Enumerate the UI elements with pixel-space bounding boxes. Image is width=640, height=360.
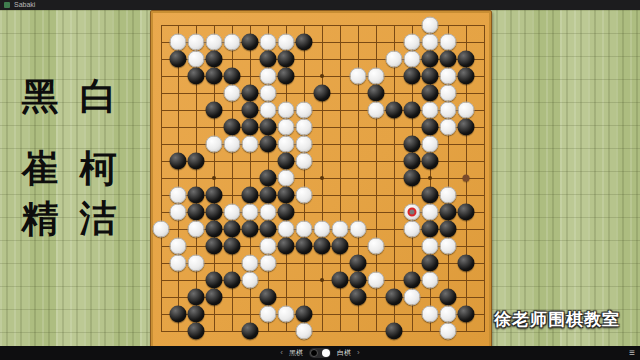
black-stone: [457, 118, 474, 135]
white-stone: [421, 16, 438, 33]
black-stone: [260, 186, 277, 203]
white-stone: [260, 305, 277, 322]
black-stone: [403, 152, 420, 169]
white-stone: [421, 135, 438, 152]
white-stone: [260, 101, 277, 118]
white-stone: [457, 101, 474, 118]
black-stone: [206, 101, 223, 118]
black-stone: [224, 220, 241, 237]
black-stone: [242, 33, 259, 50]
white-stone: [439, 186, 456, 203]
black-stone: [260, 135, 277, 152]
hoshi-point: [320, 278, 324, 282]
white-stone: [367, 237, 384, 254]
white-stone: [439, 84, 456, 101]
black-stone: [296, 305, 313, 322]
player-toggle[interactable]: [309, 348, 331, 358]
black-stone: [188, 288, 205, 305]
window-title: Sabaki: [14, 0, 35, 10]
black-stone: [385, 288, 402, 305]
black-stone: [421, 152, 438, 169]
white-stone: [349, 67, 366, 84]
black-color-label: 黑: [18, 78, 62, 115]
black-stone: [278, 50, 295, 67]
white-stone: [242, 271, 259, 288]
white-stone: [385, 50, 402, 67]
black-stone: [224, 237, 241, 254]
black-stone: [403, 101, 420, 118]
black-stone: [457, 203, 474, 220]
white-stone: [296, 118, 313, 135]
grid-line: [484, 25, 485, 332]
black-stone: [278, 152, 295, 169]
black-stone: [332, 237, 349, 254]
black-stone: [170, 50, 187, 67]
white-stone: [403, 220, 420, 237]
black-stone: [188, 186, 205, 203]
white-stone: [439, 322, 456, 339]
black-stone: [206, 203, 223, 220]
black-stone: [439, 203, 456, 220]
black-stone: [278, 186, 295, 203]
black-stone: [206, 67, 223, 84]
white-stone: [421, 271, 438, 288]
white-stone: [332, 220, 349, 237]
black-stone: [439, 220, 456, 237]
white-stone: [296, 322, 313, 339]
black-stone: [349, 271, 366, 288]
white-player-bar-label: 白棋: [337, 348, 351, 358]
next-move-button[interactable]: ›: [357, 346, 360, 360]
white-stone: [439, 237, 456, 254]
white-stone: [403, 50, 420, 67]
last-move-marker: [407, 207, 416, 216]
black-stone: [260, 50, 277, 67]
black-stone: [439, 288, 456, 305]
white-stone: [170, 203, 187, 220]
white-stone: [242, 254, 259, 271]
hoshi-point: [320, 74, 324, 78]
black-stone: [206, 288, 223, 305]
white-stone: [278, 135, 295, 152]
black-stone: [260, 288, 277, 305]
black-stone: [188, 322, 205, 339]
black-stone-icon: [310, 349, 318, 357]
white-stone: [224, 135, 241, 152]
black-stone: [421, 67, 438, 84]
white-stone: [224, 33, 241, 50]
black-stone: [242, 101, 259, 118]
app-window: Sabaki 黑 白 崔 柯 精 洁 徐老师围棋教室 ‹ 黑棋 白棋 › ≡: [0, 0, 640, 360]
black-player-bar-label: 黑棋: [289, 348, 303, 358]
white-stone: [170, 186, 187, 203]
black-stone: [421, 84, 438, 101]
black-stone: [403, 271, 420, 288]
black-stone: [206, 271, 223, 288]
white-stone: [349, 220, 366, 237]
black-stone: [367, 84, 384, 101]
black-stone: [296, 237, 313, 254]
white-stone: [296, 186, 313, 203]
black-stone: [224, 118, 241, 135]
white-stone: [242, 203, 259, 220]
black-stone: [278, 237, 295, 254]
white-stone: [170, 33, 187, 50]
black-stone: [206, 237, 223, 254]
white-stone: [296, 152, 313, 169]
white-stone: [314, 220, 331, 237]
white-stone: [439, 101, 456, 118]
white-stone: [421, 33, 438, 50]
watermark-text: 徐老师围棋教室: [494, 308, 640, 331]
black-stone: [349, 288, 366, 305]
white-stone: [403, 288, 420, 305]
black-player-char-2: 精: [18, 200, 62, 237]
black-stone: [457, 50, 474, 67]
white-stone: [439, 118, 456, 135]
white-stone: [278, 118, 295, 135]
white-stone: [296, 220, 313, 237]
black-stone: [457, 67, 474, 84]
black-stone: [260, 220, 277, 237]
black-stone: [206, 50, 223, 67]
app-icon: [4, 2, 10, 8]
white-stone: [439, 33, 456, 50]
white-stone: [188, 33, 205, 50]
white-stone: [206, 33, 223, 50]
white-stone: [260, 67, 277, 84]
white-stone: [403, 33, 420, 50]
white-stone: [278, 101, 295, 118]
white-stone: [260, 203, 277, 220]
black-stone: [314, 84, 331, 101]
black-stone: [349, 254, 366, 271]
black-stone: [421, 50, 438, 67]
black-stone: [188, 305, 205, 322]
white-stone: [242, 135, 259, 152]
black-stone: [242, 220, 259, 237]
annotation-dot: [462, 174, 469, 181]
black-stone: [457, 305, 474, 322]
black-stone: [403, 135, 420, 152]
black-stone: [170, 305, 187, 322]
black-stone: [242, 186, 259, 203]
white-stone: [260, 237, 277, 254]
black-stone: [260, 118, 277, 135]
black-stone: [188, 67, 205, 84]
grid-line: [161, 331, 485, 332]
black-stone: [278, 203, 295, 220]
black-stone: [421, 186, 438, 203]
hoshi-point: [428, 176, 432, 180]
black-stone: [385, 322, 402, 339]
hoshi-point: [320, 176, 324, 180]
menu-icon[interactable]: ≡: [629, 347, 635, 359]
white-stone: [260, 84, 277, 101]
black-stone: [421, 118, 438, 135]
white-stone: [170, 237, 187, 254]
black-stone: [439, 50, 456, 67]
white-stone: [439, 67, 456, 84]
black-stone: [224, 271, 241, 288]
black-stone: [296, 33, 313, 50]
black-stone: [242, 118, 259, 135]
black-stone: [385, 101, 402, 118]
black-stone: [224, 67, 241, 84]
white-stone: [278, 169, 295, 186]
white-player-char-1: 柯: [76, 150, 120, 187]
white-stone: [278, 33, 295, 50]
black-stone: [421, 254, 438, 271]
black-stone: [206, 186, 223, 203]
go-board[interactable]: [150, 10, 492, 349]
white-stone: [260, 254, 277, 271]
black-stone: [260, 169, 277, 186]
white-stone: [439, 305, 456, 322]
white-stone: [188, 254, 205, 271]
white-stone: [260, 33, 277, 50]
black-stone: [170, 152, 187, 169]
white-player-char-2: 洁: [76, 200, 120, 237]
white-stone: [296, 101, 313, 118]
white-stone: [152, 220, 169, 237]
black-stone: [421, 220, 438, 237]
white-stone: [421, 203, 438, 220]
white-stone: [367, 67, 384, 84]
black-stone: [188, 152, 205, 169]
black-stone: [242, 322, 259, 339]
white-stone: [278, 305, 295, 322]
white-color-label: 白: [76, 78, 120, 115]
black-stone: [403, 169, 420, 186]
white-stone: [296, 135, 313, 152]
black-stone: [242, 84, 259, 101]
white-stone: [367, 101, 384, 118]
white-stone: [224, 84, 241, 101]
bottom-bar: ‹ 黑棋 白棋 ›: [0, 346, 640, 360]
black-stone: [403, 67, 420, 84]
black-stone: [278, 67, 295, 84]
grid-line: [394, 25, 395, 332]
black-stone: [206, 220, 223, 237]
white-stone: [421, 305, 438, 322]
black-player-char-1: 崔: [18, 150, 62, 187]
prev-move-button[interactable]: ‹: [280, 346, 283, 360]
black-stone: [188, 203, 205, 220]
hoshi-point: [212, 176, 216, 180]
white-stone: [421, 101, 438, 118]
white-stone-icon: [322, 349, 330, 357]
white-stone: [278, 220, 295, 237]
black-stone: [332, 271, 349, 288]
black-stone: [314, 237, 331, 254]
white-stone: [421, 237, 438, 254]
white-stone: [367, 271, 384, 288]
black-stone: [457, 254, 474, 271]
white-stone: [206, 135, 223, 152]
title-bar: Sabaki: [0, 0, 640, 10]
white-stone: [170, 254, 187, 271]
white-stone: [188, 220, 205, 237]
white-stone: [188, 50, 205, 67]
white-stone: [224, 203, 241, 220]
